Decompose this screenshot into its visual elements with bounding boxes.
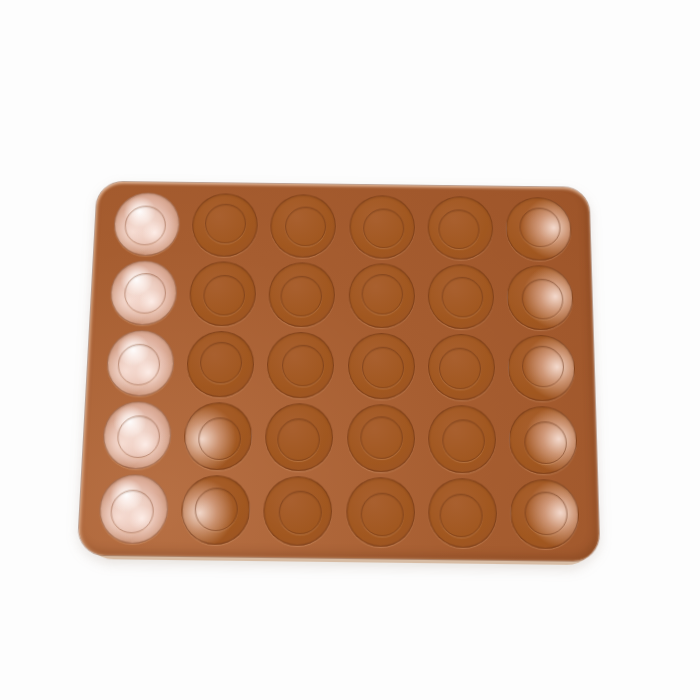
grid-cell-r3c6	[501, 332, 583, 404]
mold-cavity-m	[270, 194, 337, 258]
grid-cell-r1c5	[421, 193, 500, 262]
mold-cavity-r	[507, 265, 575, 331]
mold-cavity-l	[180, 475, 251, 545]
mold-cavity-m	[349, 195, 415, 259]
grid-cell-r2c2	[182, 258, 264, 329]
mold-cavity-r	[509, 406, 578, 475]
grid-cell-r1c2	[184, 190, 265, 259]
mold-cavity-m	[188, 261, 256, 327]
grid-cell-r5c5	[421, 476, 504, 552]
grid-cell-r4c1	[94, 398, 179, 472]
mold-cavity-g	[112, 192, 180, 256]
grid-cell-r2c4	[341, 260, 421, 331]
grid-cell-r5c6	[503, 477, 587, 553]
grid-cell-r1c4	[342, 192, 421, 261]
grid-cell-r4c4	[340, 401, 422, 475]
mold-cavity-m	[265, 403, 334, 472]
grid-cell-r2c3	[262, 259, 343, 330]
mold-cavity-m	[346, 477, 415, 547]
mold-cavity-m	[428, 196, 494, 260]
mold-cavity-m	[348, 263, 415, 329]
grid-cell-r1c3	[263, 191, 343, 260]
silicone-mat	[78, 182, 600, 561]
baking-mat-perspective	[78, 182, 600, 561]
mold-cavity-m	[428, 264, 495, 330]
mold-cavity-r	[510, 479, 580, 549]
grid-cell-r1c6	[499, 194, 579, 263]
grid-cell-r1c1	[106, 189, 188, 258]
grid-cell-r5c1	[90, 472, 176, 548]
grid-cell-r2c6	[500, 262, 581, 333]
mold-cavity-g	[101, 401, 172, 470]
mold-cavity-m	[268, 262, 335, 328]
grid-cell-r4c2	[176, 399, 260, 473]
grid-cell-r3c5	[421, 331, 502, 403]
grid-cell-r3c4	[341, 330, 422, 402]
grid-cell-r3c3	[260, 329, 342, 401]
grid-cell-r4c3	[258, 400, 341, 474]
mold-cavity-m	[347, 333, 414, 400]
mold-cavity-r	[508, 335, 576, 402]
mold-cavity-m	[428, 405, 496, 474]
mold-cavity-m	[191, 193, 258, 257]
grid-cell-r5c2	[173, 473, 258, 549]
grid-cell-r5c3	[256, 474, 340, 550]
mold-cavity-g	[105, 330, 175, 397]
mold-cavity-g	[109, 260, 178, 325]
mold-cavity-g	[97, 474, 169, 544]
mold-cavity-m	[186, 331, 255, 398]
cavity-grid	[90, 189, 587, 552]
photo-background	[0, 0, 700, 700]
mold-cavity-r	[506, 197, 573, 261]
grid-cell-r5c4	[339, 475, 422, 551]
mold-cavity-m	[267, 332, 335, 399]
baking-mat-rotation	[86, 174, 597, 557]
mold-cavity-m	[428, 478, 497, 548]
grid-cell-r2c5	[421, 261, 501, 332]
mold-cavity-m	[263, 476, 333, 546]
grid-cell-r3c2	[179, 328, 262, 400]
grid-cell-r4c6	[502, 403, 585, 477]
grid-cell-r3c1	[98, 327, 182, 399]
mold-cavity-m	[346, 404, 414, 473]
grid-cell-r2c1	[102, 257, 185, 328]
grid-cell-r4c5	[421, 402, 503, 476]
mold-cavity-l	[183, 402, 253, 471]
mold-cavity-m	[428, 334, 496, 401]
